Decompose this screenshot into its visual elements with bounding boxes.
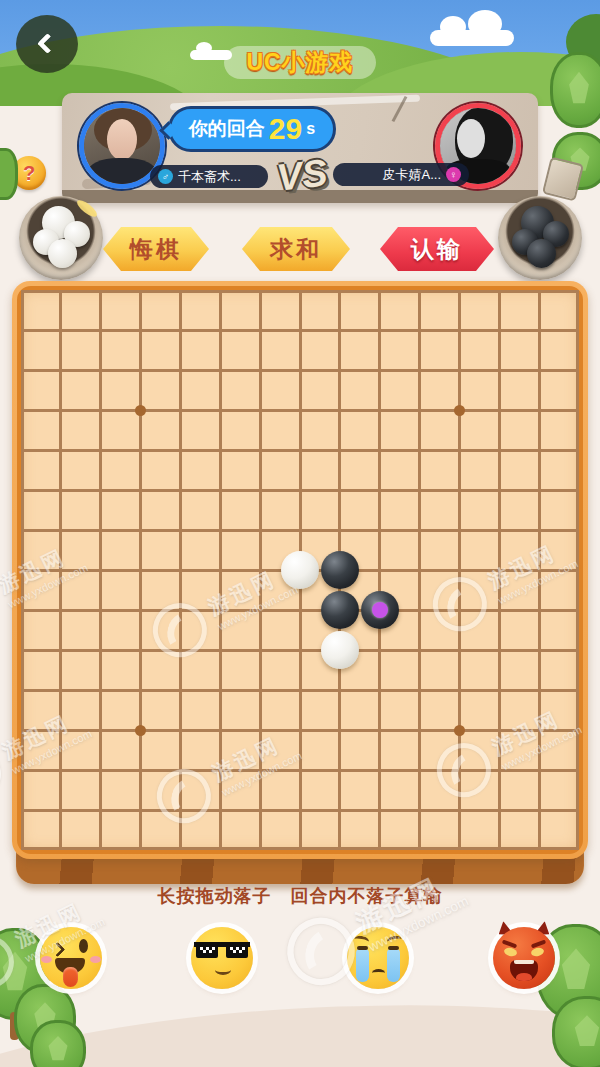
grid-line	[21, 609, 579, 612]
blush	[90, 956, 101, 963]
angry-eye	[503, 947, 518, 958]
resign-button[interactable]: 认输	[380, 227, 494, 271]
timer-unit: s	[306, 120, 315, 138]
avatar-body	[87, 158, 157, 184]
pixel-shine	[230, 947, 233, 950]
grid-line	[21, 809, 579, 812]
tree-bottom-right-small	[552, 996, 600, 1067]
cloud-icon	[430, 30, 514, 46]
black-stone	[527, 239, 556, 268]
emoji-face	[493, 927, 555, 989]
closed-eye	[388, 946, 399, 950]
smile	[215, 965, 231, 975]
player2-name: 皮卡婧A...	[382, 166, 441, 184]
tree-top-right	[550, 52, 600, 128]
male-icon: ♂	[158, 169, 173, 184]
board-grid-area	[21, 290, 579, 850]
eyebrow	[386, 935, 402, 946]
grid-line	[498, 290, 501, 850]
black-stone[interactable]	[321, 591, 359, 629]
grid-line	[21, 689, 579, 692]
hint-text: 长按拖动落子 回合内不落子算输	[0, 884, 600, 908]
star-point	[135, 405, 146, 416]
emoji-button-crying[interactable]	[347, 927, 409, 989]
tear-stream	[356, 949, 369, 982]
grid-line	[21, 649, 579, 652]
emoji-button-tongue[interactable]	[40, 927, 102, 989]
eye	[79, 939, 88, 953]
back-button[interactable]	[16, 15, 78, 73]
star-point	[454, 725, 465, 736]
tongue	[63, 967, 78, 987]
white-stone-tray	[19, 196, 103, 280]
gomoku-board	[12, 281, 588, 859]
draw-offer-button[interactable]: 求和	[242, 227, 350, 271]
grid-line	[21, 769, 579, 772]
watermark-logo-icon	[0, 738, 10, 810]
black-stone[interactable]	[321, 551, 359, 589]
watermark-logo-icon	[0, 572, 6, 644]
sunglasses-lens	[196, 944, 218, 958]
undo-button[interactable]: 悔棋	[103, 227, 209, 271]
tree-swirl	[569, 1011, 600, 1052]
grid-line	[21, 729, 579, 732]
timer-seconds: 29	[269, 114, 302, 144]
grid-line	[538, 290, 541, 850]
sunglasses-lens	[226, 944, 248, 958]
emoji-face	[191, 927, 253, 989]
wink-eye	[50, 942, 66, 958]
tree-swirl	[44, 1033, 72, 1065]
pixel-shine	[200, 947, 203, 950]
eyebrow	[353, 935, 369, 946]
player1-name: 千本斋术...	[178, 168, 241, 186]
page-title-pill: UC小游戏	[224, 46, 376, 79]
grid-line	[378, 290, 381, 850]
emoji-face	[347, 927, 409, 989]
black-stone-tray	[498, 196, 582, 280]
tongue	[516, 973, 532, 981]
grid-line	[458, 290, 461, 850]
tree-swirl	[555, 943, 596, 997]
blush	[41, 956, 52, 963]
chevron-left-icon	[37, 33, 58, 54]
board-surface[interactable]	[17, 286, 583, 854]
tear-stream	[387, 949, 400, 982]
vs-badge: VS	[259, 141, 345, 208]
question-mark-icon: ?	[23, 162, 35, 185]
game-screen: UC小游戏 你的回合 29 s ♂ 千本斋术... 皮卡婧A...	[0, 0, 600, 1067]
white-stone[interactable]	[281, 551, 319, 589]
player1-photo	[84, 108, 160, 184]
tree-bottom-left-tiny	[30, 1020, 86, 1067]
player2-name-pill: 皮卡婧A... ♀	[333, 163, 469, 186]
grid-line	[576, 290, 579, 850]
closed-eye	[357, 946, 368, 950]
ground-wave	[0, 993, 600, 1067]
wood-block	[542, 156, 584, 201]
teeth	[514, 960, 534, 964]
grid-line	[418, 290, 421, 850]
emoji-button-devil[interactable]	[493, 927, 555, 989]
emoji-face	[40, 927, 102, 989]
emoji-button-sunglasses[interactable]	[191, 927, 253, 989]
frown-mouth	[372, 969, 385, 977]
white-stone[interactable]	[321, 631, 359, 669]
star-point	[135, 725, 146, 736]
black-stone-last-move[interactable]	[361, 591, 399, 629]
avatar-face	[457, 119, 485, 158]
tree-swirl	[564, 68, 593, 110]
turn-label: 你的回合	[189, 116, 265, 142]
avatar-face	[107, 119, 137, 160]
star-point	[454, 405, 465, 416]
white-stone	[48, 239, 77, 268]
female-icon: ♀	[446, 167, 461, 182]
player1-name-pill: ♂ 千本斋术...	[150, 165, 268, 188]
bush-left	[0, 148, 18, 200]
shouting-mouth	[510, 960, 538, 981]
page-title: UC小游戏	[246, 47, 353, 78]
grid-line	[21, 847, 579, 850]
